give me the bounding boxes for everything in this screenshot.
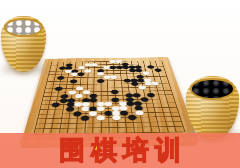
white-stone: ●	[119, 104, 129, 110]
star-point	[106, 70, 108, 71]
black-stone: ●	[125, 96, 135, 102]
black-stone: ●	[128, 65, 136, 69]
white-stone: ●	[96, 114, 106, 121]
star-point	[67, 70, 69, 71]
black-stone: ●	[66, 97, 76, 103]
white-stone: ●	[68, 89, 77, 95]
white-stone: ●	[137, 84, 146, 89]
white-stone: ●	[112, 114, 122, 121]
white-stone: ●	[150, 81, 160, 86]
white-stone: ●	[111, 105, 121, 111]
black-stone: ●	[119, 109, 129, 116]
black-stone: ●	[88, 105, 97, 111]
star-point	[144, 69, 146, 70]
white-stone: ●	[143, 77, 152, 82]
black-stone: ●	[122, 65, 130, 69]
black-stone: ●	[96, 78, 104, 83]
star-point	[64, 91, 67, 92]
white-stone: ●	[96, 101, 105, 107]
star-point	[154, 116, 157, 118]
star-point	[106, 91, 109, 92]
black-stone: ●	[65, 62, 73, 66]
black-stone: ●	[121, 62, 129, 66]
white-stone: ●	[81, 105, 91, 111]
white-stones-heap	[4, 18, 43, 37]
black-stone: ●	[130, 77, 139, 82]
black-stone: ●	[130, 81, 139, 86]
black-stone: ●	[125, 92, 134, 98]
white-stone: ●	[111, 109, 121, 116]
black-stone: ●	[126, 100, 136, 106]
white-stone: ●	[103, 74, 111, 79]
black-stone: ●	[110, 88, 119, 94]
white-stone: ●	[110, 74, 118, 79]
black-stone: ●	[136, 74, 145, 79]
title-banner: 围棋培训	[0, 133, 240, 168]
black-stone: ●	[66, 101, 76, 107]
white-stone: ●	[74, 93, 83, 99]
black-stone: ●	[72, 110, 82, 117]
white-stone: ●	[134, 109, 144, 116]
black-stone: ●	[77, 71, 85, 76]
black-stone: ●	[54, 85, 63, 90]
black-stone: ●	[123, 77, 132, 82]
black-stone: ●	[65, 105, 75, 111]
white-stone: ●	[144, 81, 153, 86]
black-stone: ●	[60, 93, 70, 99]
board-grid: ●●●●●●●●●●●●●●●●●●●●●●●●●●●●●●●●●●●●●●●●…	[33, 61, 185, 135]
black-stone: ●	[58, 65, 66, 69]
white-stone: ●	[84, 62, 92, 66]
black-stones-heap	[190, 78, 236, 100]
black-stone: ●	[69, 78, 78, 83]
black-stone: ●	[81, 97, 90, 103]
black-stone: ●	[115, 65, 123, 69]
white-stone: ●	[109, 59, 117, 63]
black-stone: ●	[127, 113, 137, 120]
black-stone: ●	[80, 114, 90, 121]
go-board: ●●●●●●●●●●●●●●●●●●●●●●●●●●●●●●●●●●●●●●●●…	[22, 57, 198, 141]
white-stone: ●	[73, 101, 83, 107]
black-stone: ●	[133, 100, 143, 106]
white-stone: ●	[82, 89, 91, 95]
black-stone: ●	[146, 64, 155, 68]
black-stone: ●	[140, 96, 150, 102]
black-stone: ●	[146, 92, 156, 98]
black-stone: ●	[134, 68, 143, 72]
white-stone: ●	[141, 71, 150, 76]
stone-layer: ●●●●●●●●●●●●●●●●●●●●●●●●●●●●●●●●●●●●●●●●…	[51, 61, 161, 62]
black-stone: ●	[65, 65, 73, 69]
black-stone: ●	[71, 68, 79, 73]
black-stone: ●	[56, 75, 65, 80]
white-stone: ●	[75, 85, 84, 90]
white-stone: ●	[96, 105, 105, 111]
black-stone: ●	[51, 101, 61, 107]
white-stone: ●	[118, 100, 128, 106]
black-stone: ●	[153, 67, 162, 71]
black-stone: ●	[136, 77, 145, 82]
black-stone: ●	[89, 97, 98, 103]
white-stone: ●	[104, 100, 113, 106]
black-stone: ●	[89, 93, 98, 99]
go-training-ad: ●●●●●●●●●●●●●●●●●●●●●●●●●●●●●●●●●●●●●●●●…	[0, 0, 240, 168]
black-stone: ●	[104, 109, 114, 116]
black-stone: ●	[109, 65, 117, 69]
white-stone: ●	[84, 68, 92, 73]
star-point	[60, 117, 63, 119]
black-stone: ●	[134, 65, 142, 69]
white-stone: ●	[115, 59, 123, 63]
white-stone: ●	[78, 65, 86, 69]
black-stone: ●	[128, 68, 136, 73]
white-stone: ●	[88, 109, 98, 116]
black-stone: ●	[132, 92, 142, 98]
star-point	[149, 90, 152, 91]
white-stone: ●	[70, 72, 78, 77]
banner-title: 围棋培训	[53, 133, 187, 168]
white-stone: ●	[81, 101, 90, 107]
black-stone: ●	[59, 97, 69, 103]
white-stone: ●	[103, 65, 111, 69]
black-stone: ●	[97, 68, 105, 73]
star-point-layer	[51, 61, 161, 62]
white-stone: ●	[90, 62, 98, 66]
black-stone: ●	[134, 104, 144, 110]
star-point	[107, 117, 110, 119]
black-stone: ●	[111, 96, 120, 102]
white-stone: ●	[97, 71, 105, 76]
